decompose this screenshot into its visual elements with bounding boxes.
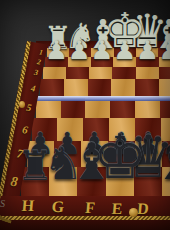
left-border-center-dot (19, 101, 25, 108)
chess-game-scene: 12345678 HGFED ♜♞♝♛♚♝♞♜♟♟♟♟♟♟♟♟♟♟♟♟♟♟♟♟♜… (0, 0, 170, 230)
white-pawn-e2[interactable]: ♟ (113, 38, 136, 64)
square-e3[interactable] (112, 67, 135, 79)
white-pawn-d2[interactable]: ♟ (136, 38, 159, 64)
white-pawn-h2[interactable]: ♟ (45, 38, 68, 64)
black-rook-h8[interactable]: ♜ (17, 146, 54, 187)
square-g5[interactable] (61, 98, 86, 118)
square-c3[interactable] (159, 67, 170, 79)
board-row-rank-5 (36, 98, 170, 118)
file-label-h: H (21, 198, 35, 214)
bottom-border-center-dot (129, 208, 138, 217)
rank-label-2: 2 (36, 58, 41, 66)
square-h5[interactable] (36, 98, 61, 118)
square-f5[interactable] (85, 98, 110, 118)
file-label-g: G (51, 199, 65, 215)
rank-label-1: 1 (38, 49, 43, 56)
file-label-d: D (137, 201, 150, 217)
square-h3[interactable] (43, 67, 66, 79)
square-d3[interactable] (136, 67, 159, 79)
corner-decorative-glyph: S (0, 198, 5, 209)
square-f3[interactable] (89, 67, 112, 79)
file-label-f: F (84, 200, 95, 216)
midline-indicator (36, 96, 170, 101)
white-pawn-f2[interactable]: ♟ (90, 38, 113, 64)
square-e5[interactable] (110, 98, 135, 118)
white-pawn-g2[interactable]: ♟ (68, 38, 91, 64)
white-pawn-c2[interactable]: ♟ (159, 38, 170, 64)
file-label-e: E (111, 201, 123, 217)
board-row-rank-3 (43, 67, 170, 79)
square-d5[interactable] (135, 98, 160, 118)
square-c5[interactable] (160, 98, 170, 118)
square-g3[interactable] (66, 67, 89, 79)
